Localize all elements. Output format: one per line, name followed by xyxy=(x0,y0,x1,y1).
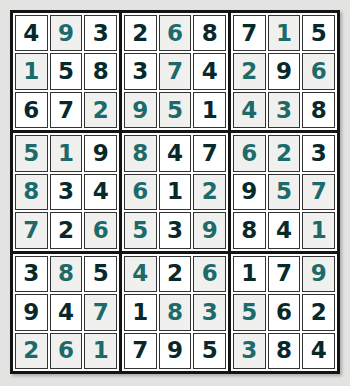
sudoku-cell-r7c6[interactable]: 6 xyxy=(193,256,226,292)
sudoku-cell-r5c1[interactable]: 8 xyxy=(15,174,48,210)
sudoku-box-2: 268374951 xyxy=(122,13,228,130)
sudoku-box-1: 493158672 xyxy=(13,13,119,130)
sudoku-cell-r5c2[interactable]: 3 xyxy=(50,174,83,210)
sudoku-cell-r6c1[interactable]: 7 xyxy=(15,212,48,248)
sudoku-cell-r1c4[interactable]: 2 xyxy=(124,15,157,51)
sudoku-cell-r6c8[interactable]: 4 xyxy=(268,212,301,248)
sudoku-cell-r8c4[interactable]: 1 xyxy=(124,294,157,330)
sudoku-cell-r5c7[interactable]: 9 xyxy=(233,174,266,210)
sudoku-cell-r7c7[interactable]: 1 xyxy=(233,256,266,292)
sudoku-box-5: 847612539 xyxy=(122,133,228,250)
sudoku-cell-r9c1[interactable]: 2 xyxy=(15,333,48,369)
sudoku-cell-r7c3[interactable]: 5 xyxy=(84,256,117,292)
sudoku-cell-r5c8[interactable]: 5 xyxy=(268,174,301,210)
sudoku-cell-r7c5[interactable]: 2 xyxy=(159,256,192,292)
sudoku-cell-r7c9[interactable]: 9 xyxy=(302,256,335,292)
sudoku-cell-r4c1[interactable]: 5 xyxy=(15,135,48,171)
sudoku-cell-r8c5[interactable]: 8 xyxy=(159,294,192,330)
sudoku-cell-r5c6[interactable]: 2 xyxy=(193,174,226,210)
sudoku-cell-r1c5[interactable]: 6 xyxy=(159,15,192,51)
sudoku-cell-r8c8[interactable]: 6 xyxy=(268,294,301,330)
sudoku-cell-r6c9[interactable]: 1 xyxy=(302,212,335,248)
sudoku-cell-r7c8[interactable]: 7 xyxy=(268,256,301,292)
sudoku-cell-r6c4[interactable]: 5 xyxy=(124,212,157,248)
sudoku-cell-r3c7[interactable]: 4 xyxy=(233,92,266,128)
sudoku-cell-r1c2[interactable]: 9 xyxy=(50,15,83,51)
sudoku-cell-r2c5[interactable]: 7 xyxy=(159,53,192,89)
sudoku-cell-r2c4[interactable]: 3 xyxy=(124,53,157,89)
sudoku-cell-r2c2[interactable]: 5 xyxy=(50,53,83,89)
sudoku-cell-r1c6[interactable]: 8 xyxy=(193,15,226,51)
sudoku-cell-r4c3[interactable]: 9 xyxy=(84,135,117,171)
sudoku-cell-r5c4[interactable]: 6 xyxy=(124,174,157,210)
sudoku-cell-r9c7[interactable]: 3 xyxy=(233,333,266,369)
sudoku-cell-r8c7[interactable]: 5 xyxy=(233,294,266,330)
sudoku-cell-r4c6[interactable]: 7 xyxy=(193,135,226,171)
sudoku-cell-r8c6[interactable]: 3 xyxy=(193,294,226,330)
sudoku-cell-r6c6[interactable]: 9 xyxy=(193,212,226,248)
sudoku-cell-r6c3[interactable]: 6 xyxy=(84,212,117,248)
sudoku-box-9: 179562384 xyxy=(231,254,337,371)
sudoku-cell-r5c9[interactable]: 7 xyxy=(302,174,335,210)
sudoku-cell-r8c9[interactable]: 2 xyxy=(302,294,335,330)
sudoku-cell-r3c8[interactable]: 3 xyxy=(268,92,301,128)
sudoku-cell-r4c8[interactable]: 2 xyxy=(268,135,301,171)
sudoku-cell-r4c9[interactable]: 3 xyxy=(302,135,335,171)
sudoku-cell-r8c3[interactable]: 7 xyxy=(84,294,117,330)
sudoku-cell-r9c5[interactable]: 9 xyxy=(159,333,192,369)
sudoku-cell-r2c6[interactable]: 4 xyxy=(193,53,226,89)
sudoku-cell-r9c3[interactable]: 1 xyxy=(84,333,117,369)
sudoku-cell-r6c2[interactable]: 2 xyxy=(50,212,83,248)
sudoku-cell-r9c4[interactable]: 7 xyxy=(124,333,157,369)
sudoku-cell-r3c3[interactable]: 2 xyxy=(84,92,117,128)
sudoku-cell-r9c6[interactable]: 5 xyxy=(193,333,226,369)
sudoku-cell-r3c2[interactable]: 7 xyxy=(50,92,83,128)
sudoku-box-8: 426183795 xyxy=(122,254,228,371)
sudoku-cell-r1c8[interactable]: 1 xyxy=(268,15,301,51)
sudoku-cell-r8c2[interactable]: 4 xyxy=(50,294,83,330)
sudoku-box-4: 519834726 xyxy=(13,133,119,250)
sudoku-cell-r5c3[interactable]: 4 xyxy=(84,174,117,210)
sudoku-cell-r3c5[interactable]: 5 xyxy=(159,92,192,128)
sudoku-cell-r2c8[interactable]: 9 xyxy=(268,53,301,89)
sudoku-cell-r3c4[interactable]: 9 xyxy=(124,92,157,128)
sudoku-cell-r5c5[interactable]: 1 xyxy=(159,174,192,210)
sudoku-cell-r3c6[interactable]: 1 xyxy=(193,92,226,128)
sudoku-box-6: 623957841 xyxy=(231,133,337,250)
sudoku-cell-r9c2[interactable]: 6 xyxy=(50,333,83,369)
sudoku-cell-r2c3[interactable]: 8 xyxy=(84,53,117,89)
sudoku-cell-r6c5[interactable]: 3 xyxy=(159,212,192,248)
sudoku-cell-r1c3[interactable]: 3 xyxy=(84,15,117,51)
sudoku-cell-r9c9[interactable]: 4 xyxy=(302,333,335,369)
sudoku-box-3: 715296438 xyxy=(231,13,337,130)
page-background: { "game": "sudoku", "position": { "solut… xyxy=(0,0,350,386)
sudoku-cell-r1c1[interactable]: 4 xyxy=(15,15,48,51)
sudoku-cell-r9c8[interactable]: 8 xyxy=(268,333,301,369)
sudoku-cell-r3c1[interactable]: 6 xyxy=(15,92,48,128)
sudoku-cell-r6c7[interactable]: 8 xyxy=(233,212,266,248)
sudoku-cell-r8c1[interactable]: 9 xyxy=(15,294,48,330)
sudoku-cell-r4c5[interactable]: 4 xyxy=(159,135,192,171)
sudoku-cell-r1c9[interactable]: 5 xyxy=(302,15,335,51)
sudoku-cell-r3c9[interactable]: 8 xyxy=(302,92,335,128)
sudoku-cell-r1c7[interactable]: 7 xyxy=(233,15,266,51)
sudoku-board: 4931586722683749517152964385198347268476… xyxy=(10,10,340,374)
sudoku-cell-r2c9[interactable]: 6 xyxy=(302,53,335,89)
sudoku-cell-r2c1[interactable]: 1 xyxy=(15,53,48,89)
sudoku-box-7: 385947261 xyxy=(13,254,119,371)
sudoku-cell-r2c7[interactable]: 2 xyxy=(233,53,266,89)
sudoku-cell-r7c1[interactable]: 3 xyxy=(15,256,48,292)
sudoku-cell-r4c2[interactable]: 1 xyxy=(50,135,83,171)
sudoku-cell-r7c2[interactable]: 8 xyxy=(50,256,83,292)
sudoku-cell-r4c4[interactable]: 8 xyxy=(124,135,157,171)
sudoku-cell-r7c4[interactable]: 4 xyxy=(124,256,157,292)
sudoku-cell-r4c7[interactable]: 6 xyxy=(233,135,266,171)
